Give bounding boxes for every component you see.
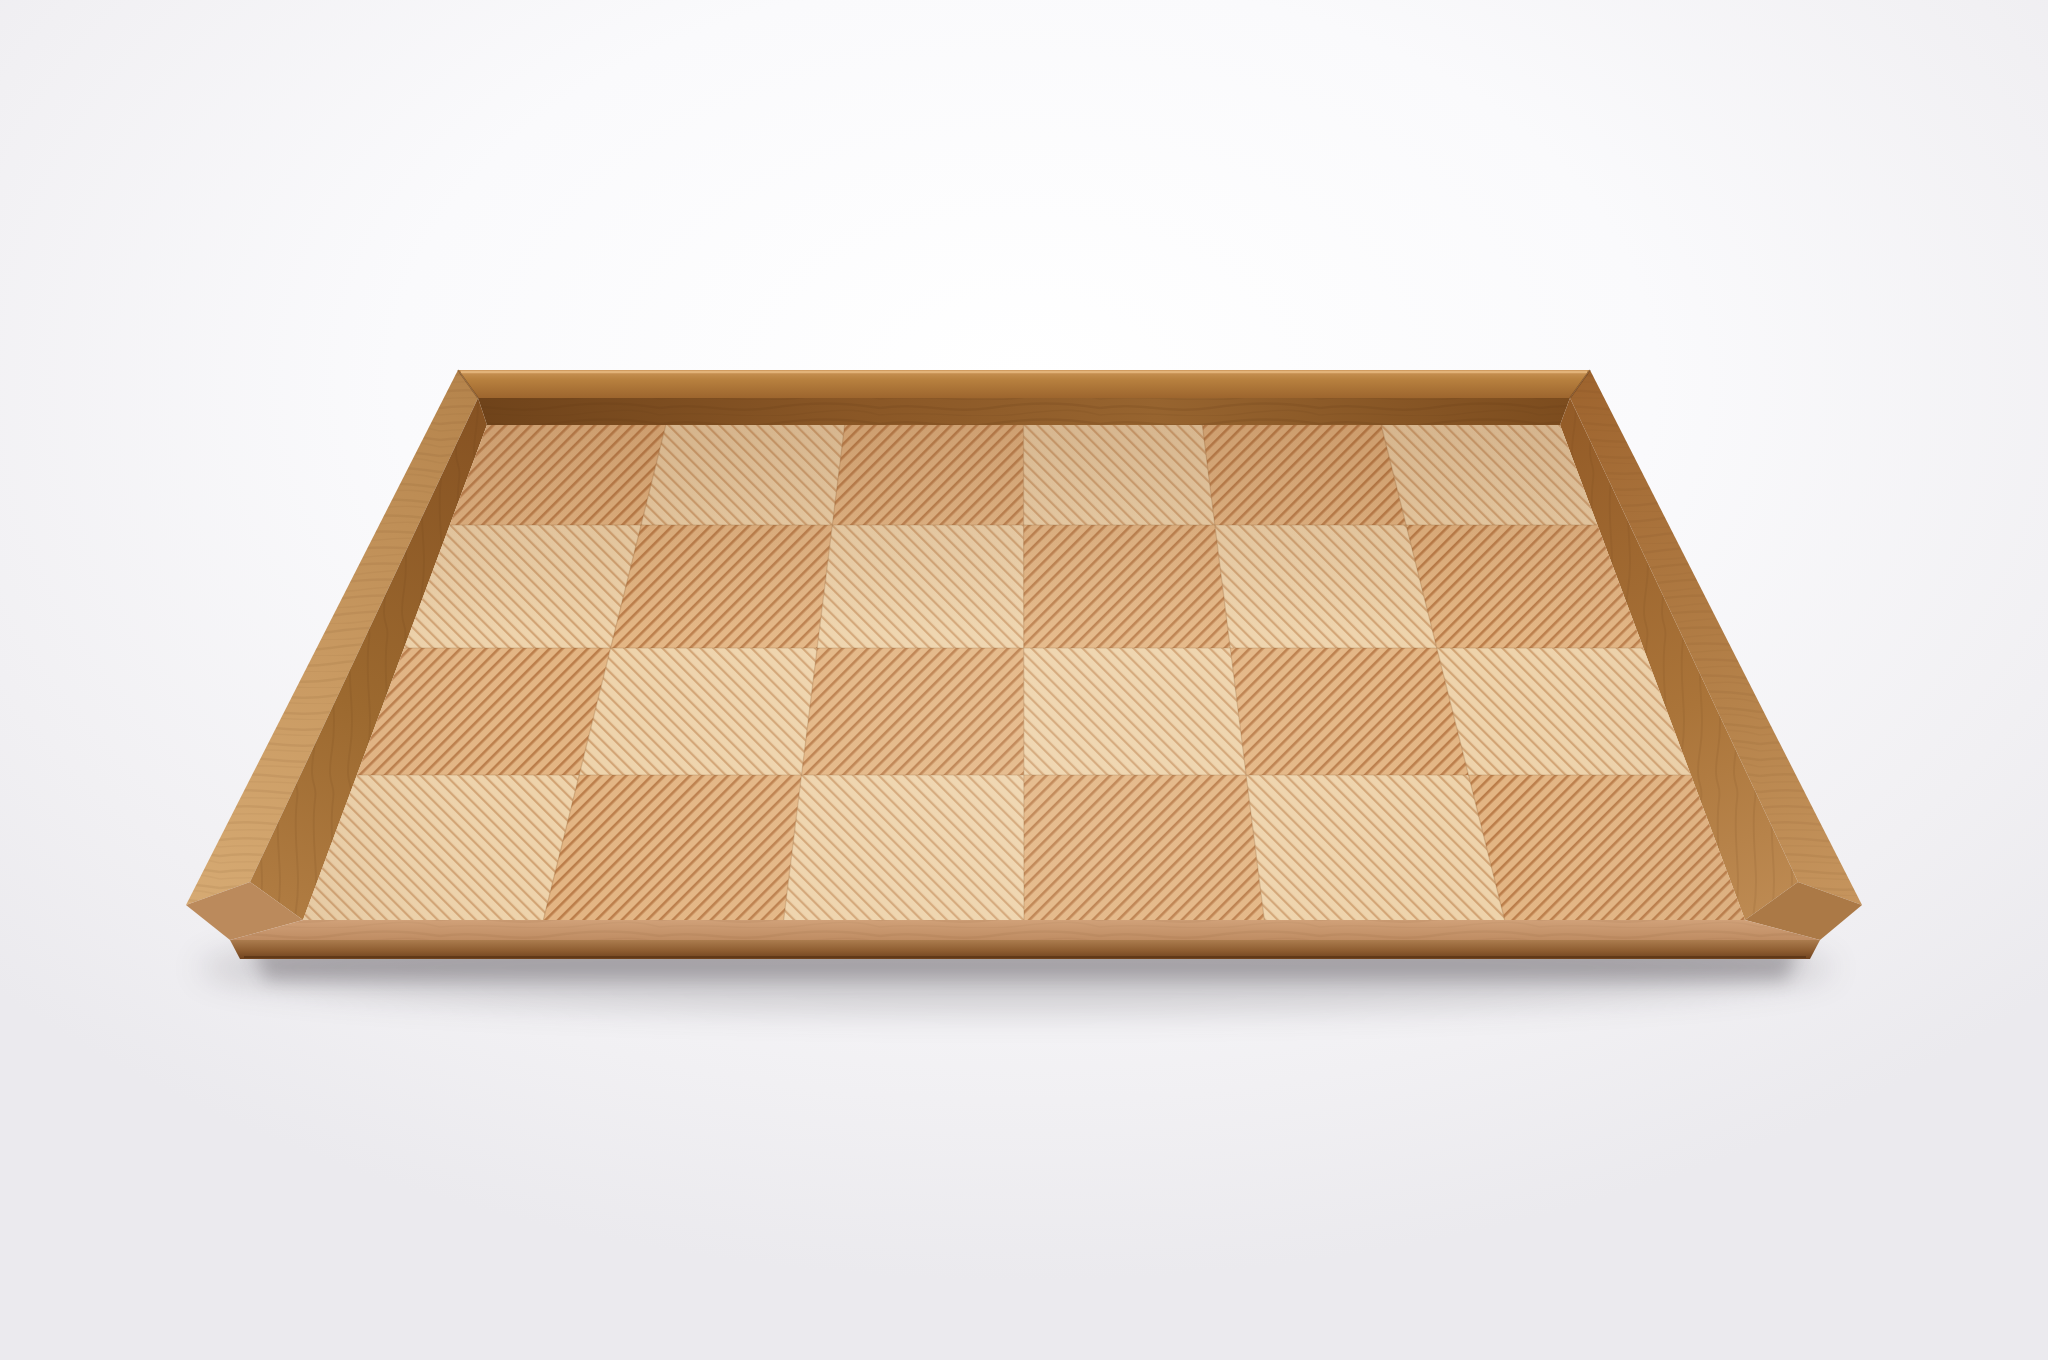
back-wall-grain	[478, 398, 1570, 425]
front-wall-grain	[230, 920, 1820, 940]
back-rim-top	[458, 370, 1590, 398]
product-photo	[0, 0, 2048, 1360]
floor-vignette	[303, 425, 1745, 920]
wooden-tray	[0, 0, 2048, 1360]
